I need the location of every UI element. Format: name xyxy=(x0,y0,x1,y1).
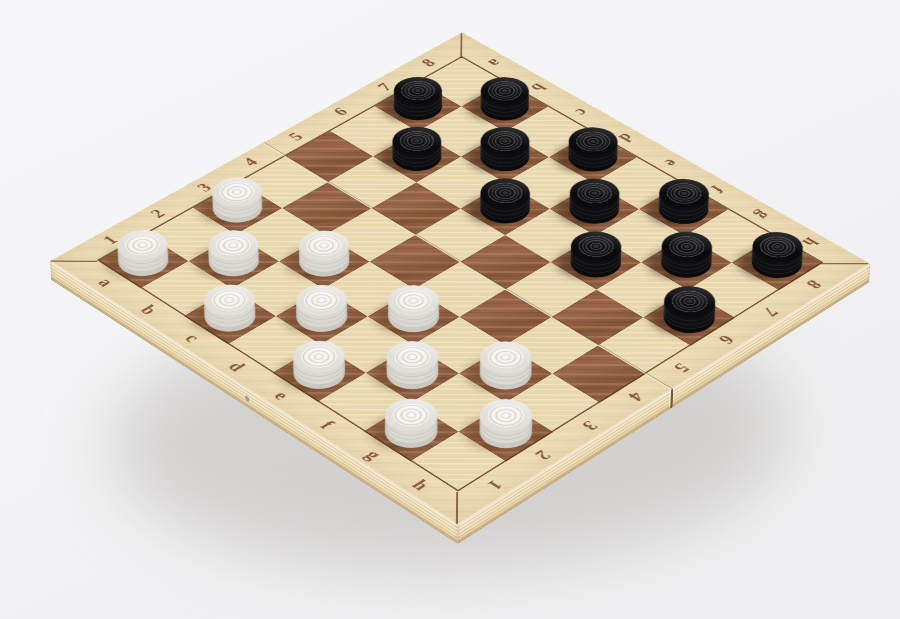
corner-miter-a1 xyxy=(51,261,98,262)
photo-backdrop: aabbccddeeffgghh8877665544332211 xyxy=(0,0,900,619)
corner-miter-h1 xyxy=(456,492,458,524)
corner-miter-a8 xyxy=(460,33,462,58)
corner-miter-h8 xyxy=(821,263,868,264)
